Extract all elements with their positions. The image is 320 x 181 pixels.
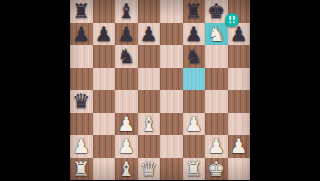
letterbox-right xyxy=(250,0,320,180)
black-knight-f6[interactable]: ♞ xyxy=(185,45,203,68)
square-h2[interactable]: ♟ xyxy=(228,135,251,158)
black-bishop-c8[interactable]: ♝ xyxy=(117,0,135,23)
black-king-g8[interactable]: ♚ xyxy=(207,0,225,23)
square-e6[interactable] xyxy=(160,45,183,68)
square-f6[interactable]: ♞ xyxy=(183,45,206,68)
square-c1[interactable]: ♝ xyxy=(115,158,138,181)
white-queen-d1[interactable]: ♛ xyxy=(140,158,158,181)
white-knight-g7[interactable]: ♞ xyxy=(207,23,225,46)
square-a4[interactable]: ♛ xyxy=(70,90,93,113)
square-e4[interactable] xyxy=(160,90,183,113)
black-rook-f8[interactable]: ♜ xyxy=(185,0,203,23)
black-queen-a4[interactable]: ♛ xyxy=(72,90,90,113)
square-f2[interactable] xyxy=(183,135,206,158)
chess-board: ♜♝♜♚♟♟♟♟♟♞♟♞♞♛♟♝♟♟♟♟♟♜♝♛♜♚ xyxy=(70,0,250,180)
square-d6[interactable] xyxy=(138,45,161,68)
square-e8[interactable] xyxy=(160,0,183,23)
white-pawn-g2[interactable]: ♟ xyxy=(207,135,225,158)
square-g2[interactable]: ♟ xyxy=(205,135,228,158)
square-a8[interactable]: ♜ xyxy=(70,0,93,23)
square-h6[interactable] xyxy=(228,45,251,68)
square-d5[interactable] xyxy=(138,68,161,91)
square-f1[interactable]: ♜ xyxy=(183,158,206,181)
white-pawn-h2[interactable]: ♟ xyxy=(230,135,248,158)
square-e7[interactable] xyxy=(160,23,183,46)
square-g4[interactable] xyxy=(205,90,228,113)
video-frame: ♜♝♜♚♟♟♟♟♟♞♟♞♞♛♟♝♟♟♟♟♟♜♝♛♜♚ !! xyxy=(0,0,320,180)
square-g1[interactable]: ♚ xyxy=(205,158,228,181)
square-e1[interactable] xyxy=(160,158,183,181)
square-d3[interactable]: ♝ xyxy=(138,113,161,136)
white-bishop-d3[interactable]: ♝ xyxy=(140,113,158,136)
square-e2[interactable] xyxy=(160,135,183,158)
white-pawn-f3[interactable]: ♟ xyxy=(185,113,203,136)
white-pawn-c3[interactable]: ♟ xyxy=(117,113,135,136)
white-rook-a1[interactable]: ♜ xyxy=(72,158,90,181)
square-c5[interactable] xyxy=(115,68,138,91)
square-c2[interactable]: ♟ xyxy=(115,135,138,158)
black-pawn-f7[interactable]: ♟ xyxy=(185,23,203,46)
square-e3[interactable] xyxy=(160,113,183,136)
square-b4[interactable] xyxy=(93,90,116,113)
black-knight-c6[interactable]: ♞ xyxy=(117,45,135,68)
white-pawn-c2[interactable]: ♟ xyxy=(117,135,135,158)
square-g7-highlighted[interactable]: ♞ xyxy=(205,23,228,46)
white-pawn-a2[interactable]: ♟ xyxy=(72,135,90,158)
square-a7[interactable]: ♟ xyxy=(70,23,93,46)
square-a2[interactable]: ♟ xyxy=(70,135,93,158)
square-b8[interactable] xyxy=(93,0,116,23)
square-c4[interactable] xyxy=(115,90,138,113)
square-a3[interactable] xyxy=(70,113,93,136)
square-e5[interactable] xyxy=(160,68,183,91)
letterbox-left xyxy=(0,0,70,180)
square-h1[interactable] xyxy=(228,158,251,181)
square-a1[interactable]: ♜ xyxy=(70,158,93,181)
square-c3[interactable]: ♟ xyxy=(115,113,138,136)
square-b1[interactable] xyxy=(93,158,116,181)
square-d2[interactable] xyxy=(138,135,161,158)
square-h5[interactable] xyxy=(228,68,251,91)
square-f4[interactable] xyxy=(183,90,206,113)
black-pawn-a7[interactable]: ♟ xyxy=(72,23,90,46)
white-rook-f1[interactable]: ♜ xyxy=(185,158,203,181)
square-c6[interactable]: ♞ xyxy=(115,45,138,68)
black-pawn-b7[interactable]: ♟ xyxy=(95,23,113,46)
black-pawn-c7[interactable]: ♟ xyxy=(117,23,135,46)
square-a6[interactable] xyxy=(70,45,93,68)
square-f7[interactable]: ♟ xyxy=(183,23,206,46)
square-d7[interactable]: ♟ xyxy=(138,23,161,46)
square-c8[interactable]: ♝ xyxy=(115,0,138,23)
square-d1[interactable]: ♛ xyxy=(138,158,161,181)
square-h4[interactable] xyxy=(228,90,251,113)
square-b5[interactable] xyxy=(93,68,116,91)
square-h3[interactable] xyxy=(228,113,251,136)
black-pawn-d7[interactable]: ♟ xyxy=(140,23,158,46)
square-g6[interactable] xyxy=(205,45,228,68)
square-a5[interactable] xyxy=(70,68,93,91)
square-d8[interactable] xyxy=(138,0,161,23)
black-rook-a8[interactable]: ♜ xyxy=(72,0,90,23)
square-f8[interactable]: ♜ xyxy=(183,0,206,23)
white-king-g1[interactable]: ♚ xyxy=(207,158,225,181)
square-b2[interactable] xyxy=(93,135,116,158)
white-bishop-c1[interactable]: ♝ xyxy=(117,158,135,181)
square-f3[interactable]: ♟ xyxy=(183,113,206,136)
square-c7[interactable]: ♟ xyxy=(115,23,138,46)
square-b7[interactable]: ♟ xyxy=(93,23,116,46)
square-b6[interactable] xyxy=(93,45,116,68)
square-b3[interactable] xyxy=(93,113,116,136)
square-g5[interactable] xyxy=(205,68,228,91)
square-g3[interactable] xyxy=(205,113,228,136)
square-d4[interactable] xyxy=(138,90,161,113)
brilliant-move-badge: !! xyxy=(225,13,239,27)
square-f5-highlighted[interactable] xyxy=(183,68,206,91)
